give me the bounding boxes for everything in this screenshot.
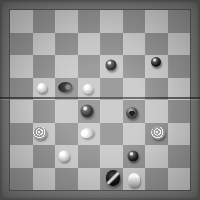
piece-black-pawn-g6[interactable] bbox=[151, 57, 161, 67]
piece-white-pawn-c2[interactable] bbox=[58, 150, 69, 161]
piece-black-pawn-f2[interactable] bbox=[128, 151, 139, 162]
piece-white-pawn-f1[interactable] bbox=[128, 173, 140, 187]
piece-black-rook-f4[interactable] bbox=[126, 107, 138, 119]
piece-black-pawn-e6[interactable] bbox=[105, 59, 116, 70]
piece-black-pawn-e1[interactable] bbox=[106, 170, 120, 186]
piece-white-pawn-b5[interactable] bbox=[37, 83, 47, 93]
piece-white-pawn-d3[interactable] bbox=[79, 126, 94, 139]
piece-black-pawn-d4[interactable] bbox=[81, 104, 94, 117]
piece-black-rook-c5[interactable] bbox=[57, 81, 72, 93]
piece-white-rook-b3[interactable] bbox=[33, 127, 47, 140]
pieces-layer bbox=[0, 0, 200, 200]
piece-white-pawn-d5[interactable] bbox=[83, 84, 93, 94]
piece-white-rook-g3[interactable] bbox=[151, 127, 165, 140]
chessboard-photo bbox=[0, 0, 200, 200]
